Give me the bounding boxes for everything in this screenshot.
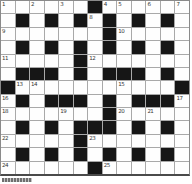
cell-r11c10[interactable] — [132, 135, 146, 147]
cell-r4c9[interactable] — [117, 41, 131, 53]
clue-number-19: 19 — [60, 108, 66, 114]
cell-r5c9[interactable] — [117, 55, 131, 67]
cell-r11c1[interactable]: 22 — [1, 135, 15, 147]
black-cell-r8c4 — [45, 95, 59, 107]
cell-r4c7[interactable] — [88, 41, 102, 53]
cell-r10c11[interactable] — [146, 121, 160, 133]
cell-r3c13[interactable] — [175, 28, 189, 40]
clue-number-21: 21 — [147, 108, 153, 114]
cell-r1c12[interactable] — [161, 1, 175, 13]
cell-r13c6[interactable] — [74, 162, 88, 174]
cell-r11c4[interactable] — [45, 135, 59, 147]
cell-r4c5[interactable] — [59, 41, 73, 53]
black-cell-r13c7 — [88, 162, 102, 174]
black-cell-r6c12 — [161, 68, 175, 80]
black-cell-r11c6 — [74, 135, 88, 147]
cell-r2c5[interactable] — [59, 14, 73, 26]
clue-number-4: 4 — [104, 1, 107, 7]
cell-r9c9[interactable]: 20 — [117, 108, 131, 120]
cell-r11c5[interactable] — [59, 135, 73, 147]
cell-r5c3[interactable] — [30, 55, 44, 67]
cell-r4c3[interactable] — [30, 41, 44, 53]
black-cell-r8c6 — [74, 95, 88, 107]
cell-r7c11[interactable] — [146, 81, 160, 93]
cell-r1c6[interactable] — [74, 1, 88, 13]
cell-r3c6[interactable] — [74, 28, 88, 40]
cell-r8c1[interactable]: 16 — [1, 95, 15, 107]
cell-r2c1[interactable] — [1, 14, 15, 26]
clue-number-22: 22 — [2, 135, 8, 141]
clue-number-3: 3 — [60, 1, 63, 7]
cell-r7c4[interactable] — [45, 81, 59, 93]
black-cell-r10c4 — [45, 121, 59, 133]
cell-r3c12[interactable] — [161, 28, 175, 40]
clue-number-24: 24 — [2, 162, 8, 168]
cell-r5c1[interactable]: 11 — [1, 55, 15, 67]
black-cell-r4c12 — [161, 41, 175, 53]
cell-r9c7[interactable] — [88, 108, 102, 120]
black-cell-r8c5 — [59, 95, 73, 107]
cell-r3c2[interactable] — [16, 28, 30, 40]
clue-number-15: 15 — [118, 81, 124, 87]
cell-r9c1[interactable]: 18 — [1, 108, 15, 120]
cell-r6c7[interactable] — [88, 68, 102, 80]
cell-r1c9[interactable]: 5 — [117, 1, 131, 13]
cell-r7c9[interactable]: 15 — [117, 81, 131, 93]
black-cell-r5c6 — [74, 55, 88, 67]
clue-number-13: 13 — [17, 81, 23, 87]
cell-r5c5[interactable] — [59, 55, 73, 67]
cell-r11c9[interactable] — [117, 135, 131, 147]
clue-number-12: 12 — [89, 55, 95, 61]
black-cell-r7c13 — [175, 81, 189, 93]
black-cell-r2c2 — [16, 14, 30, 26]
cell-r3c7[interactable] — [88, 28, 102, 40]
cell-r11c12[interactable] — [161, 135, 175, 147]
cell-r4c11[interactable] — [146, 41, 160, 53]
cell-r7c10[interactable] — [132, 81, 146, 93]
clue-number-23: 23 — [89, 135, 95, 141]
clue-number-2: 2 — [31, 1, 34, 7]
black-cell-r10c12 — [161, 121, 175, 133]
cell-r5c11[interactable] — [146, 55, 160, 67]
cell-r13c9[interactable] — [117, 162, 131, 174]
cell-r13c13[interactable] — [175, 162, 189, 174]
cell-r1c8[interactable]: 4 — [103, 1, 117, 13]
black-cell-r2c10 — [132, 14, 146, 26]
cell-r8c7[interactable] — [88, 95, 102, 107]
black-cell-r10c8 — [103, 121, 117, 133]
clue-number-18: 18 — [2, 108, 8, 114]
cell-r9c6[interactable] — [74, 108, 88, 120]
black-cell-r12c6 — [74, 148, 88, 160]
cell-r7c3[interactable]: 14 — [30, 81, 44, 93]
black-cell-r4c6 — [74, 41, 88, 53]
black-cell-r8c8 — [103, 95, 117, 107]
cell-r3c9[interactable]: 10 — [117, 28, 131, 40]
black-cell-r12c12 — [161, 148, 175, 160]
cell-r3c3[interactable] — [30, 28, 44, 40]
cell-r12c9[interactable] — [117, 148, 131, 160]
cell-r2c7[interactable]: 8 — [88, 14, 102, 26]
black-cell-r3c8 — [103, 28, 117, 40]
black-cell-r6c2 — [16, 68, 30, 80]
cell-r1c5[interactable]: 3 — [59, 1, 73, 13]
black-cell-r2c4 — [45, 14, 59, 26]
black-cell-r8c12 — [161, 95, 175, 107]
cell-r1c13[interactable]: 7 — [175, 1, 189, 13]
cell-r10c9[interactable] — [117, 121, 131, 133]
cell-r13c3[interactable] — [30, 162, 44, 174]
cell-r12c11[interactable] — [146, 148, 160, 160]
crossword-board: 1234567891011121314151617181920212223242… — [0, 0, 190, 176]
cell-r7c6[interactable] — [74, 81, 88, 93]
cell-r11c7[interactable]: 23 — [88, 135, 102, 147]
cell-r12c13[interactable] — [175, 148, 189, 160]
cell-r10c1[interactable] — [1, 121, 15, 133]
black-cell-r6c8 — [103, 68, 117, 80]
black-cell-r12c2 — [16, 148, 30, 160]
cell-r6c5[interactable] — [59, 68, 73, 80]
cell-r11c3[interactable] — [30, 135, 44, 147]
black-cell-r6c3 — [30, 68, 44, 80]
black-cell-r6c6 — [74, 68, 88, 80]
cell-r13c12[interactable] — [161, 162, 175, 174]
cell-r7c12[interactable] — [161, 81, 175, 93]
cell-r9c13[interactable] — [175, 108, 189, 120]
cell-r8c13[interactable]: 17 — [175, 95, 189, 107]
cell-r2c13[interactable] — [175, 14, 189, 26]
cell-r13c1[interactable]: 24 — [1, 162, 15, 174]
black-cell-r12c4 — [45, 148, 59, 160]
cell-r4c1[interactable] — [1, 41, 15, 53]
cell-r5c12[interactable] — [161, 55, 175, 67]
cell-r11c2[interactable] — [16, 135, 30, 147]
black-cell-r8c10 — [132, 95, 146, 107]
crossword-page: 1234567891011121314151617181920212223242… — [0, 0, 192, 184]
cell-r5c8[interactable] — [103, 55, 117, 67]
clue-number-25: 25 — [104, 162, 110, 168]
black-cell-r1c7 — [88, 1, 102, 13]
clue-number-9: 9 — [2, 28, 5, 34]
cell-r9c5[interactable]: 19 — [59, 108, 73, 120]
black-cell-r10c7 — [88, 121, 102, 133]
black-cell-r10c2 — [16, 121, 30, 133]
black-cell-r10c10 — [132, 121, 146, 133]
cell-r12c5[interactable] — [59, 148, 73, 160]
clue-number-17: 17 — [176, 95, 182, 101]
cell-r5c2[interactable] — [16, 55, 30, 67]
cell-r8c9[interactable] — [117, 95, 131, 107]
cell-r9c4[interactable] — [45, 108, 59, 120]
cell-r3c4[interactable] — [45, 28, 59, 40]
cell-r3c10[interactable] — [132, 28, 146, 40]
clue-number-16: 16 — [2, 95, 8, 101]
cell-r3c1[interactable]: 9 — [1, 28, 15, 40]
cell-r6c13[interactable] — [175, 68, 189, 80]
cell-r3c5[interactable] — [59, 28, 73, 40]
cell-r9c12[interactable] — [161, 108, 175, 120]
cell-r13c5[interactable] — [59, 162, 73, 174]
clue-number-20: 20 — [118, 108, 124, 114]
cell-r7c8[interactable] — [103, 81, 117, 93]
black-cell-r2c12 — [161, 14, 175, 26]
black-cell-r8c2 — [16, 95, 30, 107]
cell-r5c4[interactable] — [45, 55, 59, 67]
black-cell-r10c6 — [74, 121, 88, 133]
black-cell-r4c10 — [132, 41, 146, 53]
cell-r7c2[interactable]: 13 — [16, 81, 30, 93]
cell-r13c8[interactable]: 25 — [103, 162, 117, 174]
cell-r11c13[interactable] — [175, 135, 189, 147]
clue-number-7: 7 — [176, 1, 179, 7]
cell-r5c10[interactable] — [132, 55, 146, 67]
cell-r7c7[interactable] — [88, 81, 102, 93]
black-cell-r9c8 — [103, 108, 117, 120]
cell-r7c5[interactable] — [59, 81, 73, 93]
cell-r1c2[interactable] — [16, 1, 30, 13]
cell-r4c13[interactable] — [175, 41, 189, 53]
cell-r1c4[interactable] — [45, 1, 59, 13]
black-cell-r4c4 — [45, 41, 59, 53]
black-cell-r7c1 — [1, 81, 15, 93]
clue-number-10: 10 — [118, 28, 124, 34]
cell-r13c4[interactable] — [45, 162, 59, 174]
black-cell-r8c11 — [146, 95, 160, 107]
black-cell-r6c4 — [45, 68, 59, 80]
cell-r9c3[interactable] — [30, 108, 44, 120]
cell-r12c3[interactable] — [30, 148, 44, 160]
cell-r11c11[interactable] — [146, 135, 160, 147]
black-cell-r12c10 — [132, 148, 146, 160]
black-cell-r2c8 — [103, 14, 117, 26]
cell-r9c10[interactable] — [132, 108, 146, 120]
cell-r5c7[interactable]: 12 — [88, 55, 102, 67]
clue-number-11: 11 — [2, 55, 8, 61]
cell-r12c7[interactable] — [88, 148, 102, 160]
cell-r6c11[interactable] — [146, 68, 160, 80]
cell-r9c11[interactable]: 21 — [146, 108, 160, 120]
cell-r6c1[interactable] — [1, 68, 15, 80]
cell-r9c2[interactable] — [16, 108, 30, 120]
cell-r2c9[interactable] — [117, 14, 131, 26]
cell-r5c13[interactable] — [175, 55, 189, 67]
cell-r10c5[interactable] — [59, 121, 73, 133]
cell-r1c11[interactable]: 6 — [146, 1, 160, 13]
clue-number-8: 8 — [89, 14, 92, 20]
cell-r13c10[interactable] — [132, 162, 146, 174]
cell-r1c10[interactable] — [132, 1, 146, 13]
clue-number-5: 5 — [118, 1, 121, 7]
cell-r10c3[interactable] — [30, 121, 44, 133]
cell-r2c11[interactable] — [146, 14, 160, 26]
cell-r3c11[interactable] — [146, 28, 160, 40]
black-cell-r6c10 — [132, 68, 146, 80]
footer-fineprint — [2, 178, 32, 182]
black-cell-r2c6 — [74, 14, 88, 26]
cell-r12c1[interactable] — [1, 148, 15, 160]
cell-r1c3[interactable]: 2 — [30, 1, 44, 13]
black-cell-r12c8 — [103, 148, 117, 160]
cell-r10c13[interactable] — [175, 121, 189, 133]
cell-r8c3[interactable] — [30, 95, 44, 107]
cell-r1c1[interactable]: 1 — [1, 1, 15, 13]
clue-number-1: 1 — [2, 1, 5, 7]
clue-number-14: 14 — [31, 81, 37, 87]
cell-r2c3[interactable] — [30, 14, 44, 26]
cell-r11c8[interactable] — [103, 135, 117, 147]
clue-number-6: 6 — [147, 1, 150, 7]
black-cell-r6c9 — [117, 68, 131, 80]
black-cell-r4c8 — [103, 41, 117, 53]
black-cell-r4c2 — [16, 41, 30, 53]
cell-r13c11[interactable] — [146, 162, 160, 174]
cell-r13c2[interactable] — [16, 162, 30, 174]
